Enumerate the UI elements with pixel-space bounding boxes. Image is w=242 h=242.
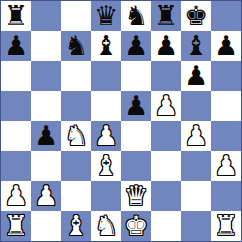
square-b1[interactable] xyxy=(31,211,61,241)
square-a8[interactable]: ♜ xyxy=(1,1,31,31)
square-d5[interactable] xyxy=(91,91,121,121)
square-b6[interactable] xyxy=(31,61,61,91)
square-c5[interactable] xyxy=(61,91,91,121)
square-e1[interactable]: ♚ xyxy=(121,211,151,241)
square-a3[interactable] xyxy=(1,151,31,181)
white-bishop[interactable]: ♝ xyxy=(64,211,88,241)
black-rook[interactable]: ♜ xyxy=(154,1,178,31)
square-f1[interactable] xyxy=(151,211,181,241)
black-pawn[interactable]: ♟ xyxy=(214,31,238,61)
square-e8[interactable]: ♞ xyxy=(121,1,151,31)
square-g5[interactable] xyxy=(181,91,211,121)
white-pawn[interactable]: ♟ xyxy=(214,151,238,181)
square-e2[interactable]: ♛ xyxy=(121,181,151,211)
square-d6[interactable] xyxy=(91,61,121,91)
square-g6[interactable]: ♟ xyxy=(181,61,211,91)
square-g7[interactable]: ♝ xyxy=(181,31,211,61)
square-b2[interactable]: ♟ xyxy=(31,181,61,211)
black-knight[interactable]: ♞ xyxy=(64,31,88,61)
square-a2[interactable]: ♟ xyxy=(1,181,31,211)
black-pawn[interactable]: ♟ xyxy=(124,91,148,121)
white-bishop[interactable]: ♝ xyxy=(94,151,118,181)
square-c2[interactable] xyxy=(61,181,91,211)
black-bishop[interactable]: ♝ xyxy=(184,31,208,61)
square-b4[interactable]: ♟ xyxy=(31,121,61,151)
square-e4[interactable] xyxy=(121,121,151,151)
square-e6[interactable] xyxy=(121,61,151,91)
black-rook[interactable]: ♜ xyxy=(4,1,28,31)
square-g4[interactable]: ♟ xyxy=(181,121,211,151)
black-pawn[interactable]: ♟ xyxy=(34,121,58,151)
square-f3[interactable] xyxy=(151,151,181,181)
chessboard-container: ♜♛♞♜♚♟♞♝♟♟♝♟♟♟♟♟♞♟♟♝♟♟♟♛♜♝♞♚♜ xyxy=(0,0,242,242)
square-h4[interactable] xyxy=(211,121,241,151)
square-h1[interactable]: ♜ xyxy=(211,211,241,241)
white-pawn[interactable]: ♟ xyxy=(4,181,28,211)
square-h6[interactable] xyxy=(211,61,241,91)
square-d8[interactable]: ♛ xyxy=(91,1,121,31)
black-pawn[interactable]: ♟ xyxy=(184,61,208,91)
square-h7[interactable]: ♟ xyxy=(211,31,241,61)
square-g8[interactable]: ♚ xyxy=(181,1,211,31)
square-d3[interactable]: ♝ xyxy=(91,151,121,181)
square-h3[interactable]: ♟ xyxy=(211,151,241,181)
white-pawn[interactable]: ♟ xyxy=(94,121,118,151)
black-queen[interactable]: ♛ xyxy=(94,1,118,31)
square-b7[interactable] xyxy=(31,31,61,61)
square-b3[interactable] xyxy=(31,151,61,181)
square-a5[interactable] xyxy=(1,91,31,121)
square-e3[interactable] xyxy=(121,151,151,181)
black-pawn[interactable]: ♟ xyxy=(154,31,178,61)
square-f2[interactable] xyxy=(151,181,181,211)
white-pawn[interactable]: ♟ xyxy=(34,181,58,211)
square-e7[interactable]: ♟ xyxy=(121,31,151,61)
square-f7[interactable]: ♟ xyxy=(151,31,181,61)
square-g1[interactable] xyxy=(181,211,211,241)
square-h2[interactable] xyxy=(211,181,241,211)
square-g3[interactable] xyxy=(181,151,211,181)
square-f8[interactable]: ♜ xyxy=(151,1,181,31)
square-d1[interactable]: ♞ xyxy=(91,211,121,241)
white-knight[interactable]: ♞ xyxy=(64,121,88,151)
square-d7[interactable]: ♝ xyxy=(91,31,121,61)
square-e5[interactable]: ♟ xyxy=(121,91,151,121)
square-c7[interactable]: ♞ xyxy=(61,31,91,61)
square-c4[interactable]: ♞ xyxy=(61,121,91,151)
square-d2[interactable] xyxy=(91,181,121,211)
square-h8[interactable] xyxy=(211,1,241,31)
square-c6[interactable] xyxy=(61,61,91,91)
square-h5[interactable] xyxy=(211,91,241,121)
square-f6[interactable] xyxy=(151,61,181,91)
black-pawn[interactable]: ♟ xyxy=(4,31,28,61)
square-a7[interactable]: ♟ xyxy=(1,31,31,61)
square-c3[interactable] xyxy=(61,151,91,181)
square-b5[interactable] xyxy=(31,91,61,121)
white-queen[interactable]: ♛ xyxy=(124,181,148,211)
square-g2[interactable] xyxy=(181,181,211,211)
square-f5[interactable]: ♟ xyxy=(151,91,181,121)
white-rook[interactable]: ♜ xyxy=(214,211,238,241)
white-rook[interactable]: ♜ xyxy=(4,211,28,241)
square-d4[interactable]: ♟ xyxy=(91,121,121,151)
square-a4[interactable] xyxy=(1,121,31,151)
square-a1[interactable]: ♜ xyxy=(1,211,31,241)
square-c8[interactable] xyxy=(61,1,91,31)
white-pawn[interactable]: ♟ xyxy=(154,91,178,121)
square-f4[interactable] xyxy=(151,121,181,151)
black-bishop[interactable]: ♝ xyxy=(94,31,118,61)
square-c1[interactable]: ♝ xyxy=(61,211,91,241)
square-a6[interactable] xyxy=(1,61,31,91)
square-b8[interactable] xyxy=(31,1,61,31)
black-king[interactable]: ♚ xyxy=(184,1,208,31)
chess-board[interactable]: ♜♛♞♜♚♟♞♝♟♟♝♟♟♟♟♟♞♟♟♝♟♟♟♛♜♝♞♚♜ xyxy=(0,0,242,242)
black-knight[interactable]: ♞ xyxy=(124,1,148,31)
white-king[interactable]: ♚ xyxy=(124,211,148,241)
white-knight[interactable]: ♞ xyxy=(94,211,118,241)
black-pawn[interactable]: ♟ xyxy=(124,31,148,61)
white-pawn[interactable]: ♟ xyxy=(184,121,208,151)
